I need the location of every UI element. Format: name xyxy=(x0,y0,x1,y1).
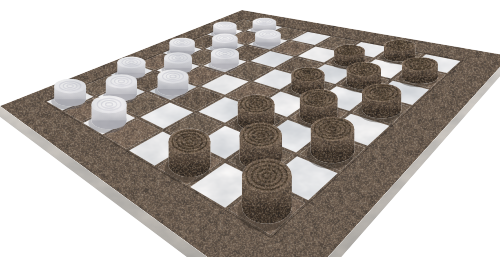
checker-brown-7-5 xyxy=(311,117,355,164)
checker-white-2-3 xyxy=(211,48,239,69)
checker-white-2-7 xyxy=(92,96,127,130)
checker-top-face xyxy=(334,45,365,57)
checker-white-2-5 xyxy=(158,69,189,96)
checker-top-face xyxy=(242,158,292,192)
checker-top-face xyxy=(168,129,210,155)
checker-brown-7-1 xyxy=(402,57,438,84)
checker-top-face xyxy=(238,94,275,113)
checker-top-face xyxy=(239,123,282,148)
checkers-board-photo xyxy=(0,0,500,257)
checker-brown-7-7 xyxy=(242,158,292,223)
checker-white-0-7 xyxy=(54,79,86,107)
checker-top-face xyxy=(347,62,382,77)
checker-top-face xyxy=(291,67,324,82)
checker-brown-7-3 xyxy=(362,84,401,119)
checker-top-face xyxy=(362,84,401,102)
checker-top-face xyxy=(300,89,338,108)
checker-brown-5-7 xyxy=(168,129,210,178)
checker-top-face xyxy=(384,40,416,52)
checker-top-face xyxy=(402,57,438,71)
board-render-root xyxy=(0,10,500,257)
checker-white-2-1 xyxy=(255,30,281,48)
checker-top-face xyxy=(311,117,355,142)
checkers-board xyxy=(0,0,500,257)
